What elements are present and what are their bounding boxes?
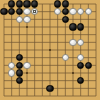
star-point: [26, 72, 28, 74]
black-stone: [16, 0, 23, 7]
white-stone: [23, 62, 30, 69]
black-stone: [85, 62, 92, 69]
black-stone: [69, 23, 76, 30]
black-stone: [23, 0, 30, 7]
white-stone: [23, 16, 30, 23]
black-stone: [16, 62, 23, 69]
star-point: [26, 26, 28, 28]
black-stone: [16, 69, 23, 76]
black-stone: [54, 0, 61, 7]
black-stone: [77, 23, 84, 30]
go-board[interactable]: [0, 0, 100, 100]
white-stone: [8, 69, 15, 76]
last-move-marker: [33, 10, 37, 14]
black-stone: [62, 16, 69, 23]
black-stone: [62, 0, 69, 7]
star-point: [49, 49, 51, 51]
white-stone: [16, 16, 23, 23]
black-stone: [31, 0, 38, 7]
star-point: [72, 72, 74, 74]
white-stone: [69, 8, 76, 15]
white-stone: [23, 8, 30, 15]
black-stone: [8, 0, 15, 7]
black-stone: [46, 85, 53, 92]
black-stone: [0, 8, 7, 15]
white-stone: [69, 39, 76, 46]
